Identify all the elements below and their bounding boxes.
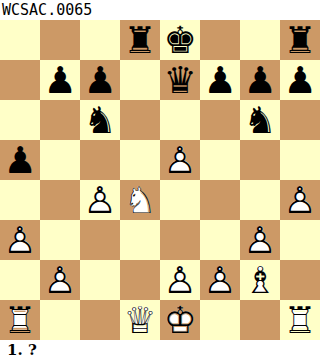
square-d1[interactable]: ♛♕ [120,300,160,340]
square-e5[interactable]: ♟♙ [160,140,200,180]
piece-white-rook-outline: ♖ [280,300,320,340]
piece-white-pawn: ♟ [200,260,240,300]
square-d7[interactable] [120,60,160,100]
square-a8[interactable] [0,20,40,60]
piece-white-pawn-outline: ♙ [160,140,200,180]
square-c1[interactable] [80,300,120,340]
piece-white-bishop: ♝ [240,260,280,300]
piece-black-rook: ♜ [120,20,160,60]
square-d3[interactable] [120,220,160,260]
square-a5[interactable]: ♟ [0,140,40,180]
puzzle-id: WCSAC.0065 [0,0,320,20]
piece-white-pawn-outline: ♙ [200,260,240,300]
square-f5[interactable] [200,140,240,180]
square-c2[interactable] [80,260,120,300]
square-h1[interactable]: ♜♖ [280,300,320,340]
square-h6[interactable] [280,100,320,140]
square-b1[interactable] [40,300,80,340]
square-b5[interactable] [40,140,80,180]
piece-white-queen: ♛ [120,300,160,340]
piece-white-pawn: ♟ [160,140,200,180]
square-f7[interactable]: ♟ [200,60,240,100]
square-a6[interactable] [0,100,40,140]
square-b7[interactable]: ♟ [40,60,80,100]
piece-white-knight-outline: ♘ [120,180,160,220]
square-e7[interactable]: ♛ [160,60,200,100]
piece-white-pawn-outline: ♙ [240,220,280,260]
square-e2[interactable]: ♟♙ [160,260,200,300]
square-g6[interactable]: ♞ [240,100,280,140]
square-c8[interactable] [80,20,120,60]
piece-black-knight: ♞ [80,100,120,140]
piece-white-pawn: ♟ [0,220,40,260]
piece-white-king: ♚ [160,300,200,340]
square-d5[interactable] [120,140,160,180]
piece-black-king: ♚ [160,20,200,60]
square-d2[interactable] [120,260,160,300]
piece-white-pawn-outline: ♙ [280,180,320,220]
piece-white-queen-outline: ♕ [120,300,160,340]
square-h2[interactable] [280,260,320,300]
square-a3[interactable]: ♟♙ [0,220,40,260]
square-e3[interactable] [160,220,200,260]
square-a4[interactable] [0,180,40,220]
piece-black-pawn: ♟ [240,60,280,100]
square-d8[interactable]: ♜ [120,20,160,60]
piece-black-knight: ♞ [240,100,280,140]
square-g3[interactable]: ♟♙ [240,220,280,260]
square-f6[interactable] [200,100,240,140]
square-c5[interactable] [80,140,120,180]
piece-white-pawn-outline: ♙ [0,220,40,260]
square-b2[interactable]: ♟♙ [40,260,80,300]
chess-board: ♜♚♜♟♟♛♟♟♟♞♞♟♟♙♟♙♞♘♟♙♟♙♟♙♟♙♟♙♟♙♝♗♜♖♛♕♚♔♜♖ [0,20,320,340]
square-f1[interactable] [200,300,240,340]
square-a7[interactable] [0,60,40,100]
piece-white-pawn: ♟ [160,260,200,300]
square-g8[interactable] [240,20,280,60]
square-f8[interactable] [200,20,240,60]
square-b3[interactable] [40,220,80,260]
square-h7[interactable]: ♟ [280,60,320,100]
piece-white-pawn-outline: ♙ [160,260,200,300]
square-c6[interactable]: ♞ [80,100,120,140]
piece-black-rook: ♜ [280,20,320,60]
piece-white-pawn: ♟ [240,220,280,260]
square-g4[interactable] [240,180,280,220]
piece-white-pawn: ♟ [280,180,320,220]
square-a1[interactable]: ♜♖ [0,300,40,340]
square-g5[interactable] [240,140,280,180]
piece-white-pawn-outline: ♙ [40,260,80,300]
piece-black-pawn: ♟ [80,60,120,100]
piece-white-rook-outline: ♖ [0,300,40,340]
piece-black-pawn: ♟ [0,140,40,180]
square-h5[interactable] [280,140,320,180]
square-f4[interactable] [200,180,240,220]
square-h4[interactable]: ♟♙ [280,180,320,220]
square-b8[interactable] [40,20,80,60]
square-f2[interactable]: ♟♙ [200,260,240,300]
piece-black-pawn: ♟ [40,60,80,100]
piece-black-pawn: ♟ [200,60,240,100]
square-e1[interactable]: ♚♔ [160,300,200,340]
square-g2[interactable]: ♝♗ [240,260,280,300]
piece-white-pawn-outline: ♙ [80,180,120,220]
piece-white-bishop-outline: ♗ [240,260,280,300]
piece-white-rook: ♜ [280,300,320,340]
square-d6[interactable] [120,100,160,140]
piece-white-pawn: ♟ [40,260,80,300]
square-h8[interactable]: ♜ [280,20,320,60]
square-b6[interactable] [40,100,80,140]
square-e4[interactable] [160,180,200,220]
square-c4[interactable]: ♟♙ [80,180,120,220]
square-a2[interactable] [0,260,40,300]
move-prompt: 1. ? [0,340,320,360]
square-b4[interactable] [40,180,80,220]
square-h3[interactable] [280,220,320,260]
piece-white-knight: ♞ [120,180,160,220]
square-c7[interactable]: ♟ [80,60,120,100]
square-d4[interactable]: ♞♘ [120,180,160,220]
square-c3[interactable] [80,220,120,260]
piece-black-pawn: ♟ [280,60,320,100]
piece-white-rook: ♜ [0,300,40,340]
square-e6[interactable] [160,100,200,140]
piece-white-king-outline: ♔ [160,300,200,340]
piece-black-queen: ♛ [160,60,200,100]
square-g1[interactable] [240,300,280,340]
square-g7[interactable]: ♟ [240,60,280,100]
square-f3[interactable] [200,220,240,260]
piece-white-pawn: ♟ [80,180,120,220]
square-e8[interactable]: ♚ [160,20,200,60]
